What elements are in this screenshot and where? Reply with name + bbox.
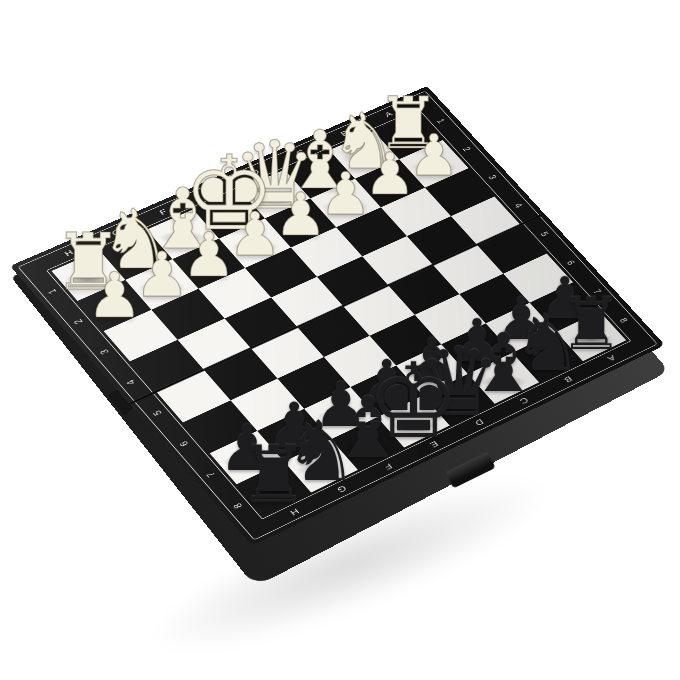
product-photo-stage: HH11GG22FF33EE44DD55CC66BB77AA88 ♜♞♟♝♟♛♟… [0,0,680,680]
chess-board: HH11GG22FF33EE44DD55CC66BB77AA88 [10,86,665,546]
